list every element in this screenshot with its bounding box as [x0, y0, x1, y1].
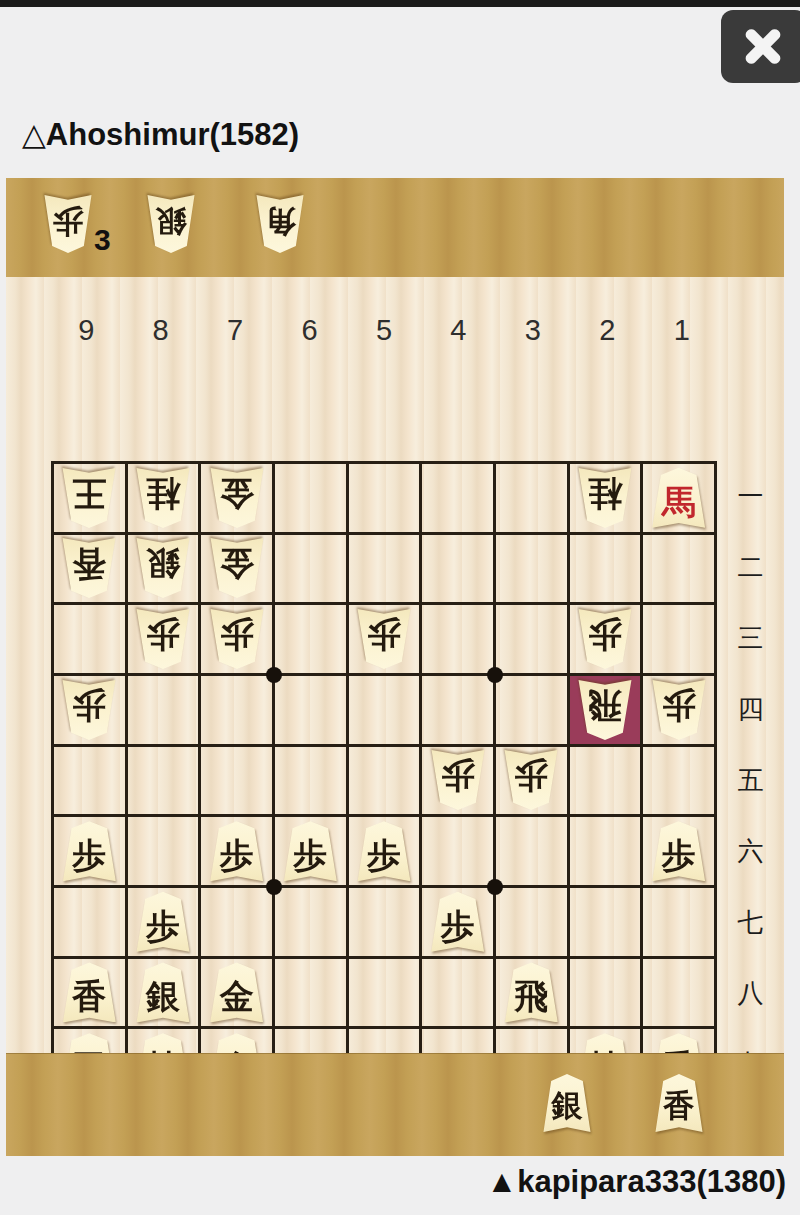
piece-kanji: 歩 [504, 756, 558, 796]
cell-68[interactable] [275, 959, 346, 1027]
cell-65[interactable] [275, 747, 346, 815]
close-button[interactable] [721, 10, 800, 83]
cell-52[interactable] [349, 535, 420, 603]
piece-歩-73[interactable]: 歩 [210, 609, 264, 669]
piece-kanji: 王 [62, 474, 116, 514]
cell-43[interactable] [422, 605, 493, 673]
cell-93[interactable] [54, 605, 125, 673]
cell-14[interactable]: 歩 [643, 676, 714, 744]
shogi-panel: 歩3銀角 987654321 香桂金桂玉飛金銀香歩歩歩歩歩歩歩歩歩歩飛歩歩歩歩歩… [6, 178, 784, 1155]
star-point [266, 879, 282, 895]
piece-桂-21[interactable]: 桂 [578, 468, 632, 528]
file-label: 2 [570, 313, 644, 347]
cell-17[interactable] [643, 888, 714, 956]
cell-88[interactable]: 銀 [128, 959, 199, 1027]
cell-47[interactable]: 歩 [422, 888, 493, 956]
cell-96[interactable]: 歩 [54, 817, 125, 885]
file-label: 8 [123, 313, 197, 347]
piece-銀-88[interactable]: 銀 [136, 962, 190, 1022]
piece-歩-53[interactable]: 歩 [357, 609, 411, 669]
piece-kanji: 歩 [652, 835, 706, 875]
cell-76[interactable]: 歩 [201, 817, 272, 885]
piece-kanji: 飛 [578, 686, 632, 726]
cell-73[interactable]: 歩 [201, 605, 272, 673]
file-label: 6 [272, 313, 346, 347]
cell-31[interactable] [496, 464, 567, 532]
cell-98[interactable]: 香 [54, 959, 125, 1027]
cell-84[interactable] [128, 676, 199, 744]
rank-label: 五 [717, 745, 784, 816]
cell-41[interactable] [422, 464, 493, 532]
piece-kanji: 香 [62, 976, 116, 1016]
grid-line [198, 464, 201, 1097]
grid-line [493, 464, 496, 1097]
grid-line [346, 464, 349, 1097]
piece-kanji: 歩 [652, 686, 706, 726]
piece-歩-83[interactable]: 歩 [136, 609, 190, 669]
piece-kanji: 銀 [136, 976, 190, 1016]
grid-line [54, 602, 714, 605]
cell-24[interactable]: 飛 [570, 676, 641, 744]
cell-97[interactable] [54, 888, 125, 956]
cell-27[interactable] [570, 888, 641, 956]
piece-kanji: 歩 [62, 835, 116, 875]
cell-34[interactable] [496, 676, 567, 744]
cell-75[interactable] [201, 747, 272, 815]
cell-21[interactable]: 桂 [570, 464, 641, 532]
cell-33[interactable] [496, 605, 567, 673]
rank-label: 一 [717, 461, 784, 532]
grid-line [54, 814, 714, 817]
cell-16[interactable]: 歩 [643, 817, 714, 885]
cell-78[interactable]: 金 [201, 959, 272, 1027]
piece-kanji: 金 [210, 544, 264, 584]
cell-55[interactable] [349, 747, 420, 815]
cell-35[interactable]: 歩 [496, 747, 567, 815]
piece-歩-66[interactable]: 歩 [283, 821, 337, 881]
file-label: 5 [347, 313, 421, 347]
grid-line [54, 532, 714, 535]
board-background: 987654321 香桂金桂玉飛金銀香歩歩歩歩歩歩歩歩歩歩飛歩歩歩歩歩金銀香馬桂… [6, 277, 784, 1053]
piece-歩-14[interactable]: 歩 [652, 680, 706, 740]
cell-46[interactable] [422, 817, 493, 885]
rank-label: 六 [717, 816, 784, 887]
cell-67[interactable] [275, 888, 346, 956]
piece-kanji: 歩 [578, 615, 632, 655]
piece-kanji: 歩 [283, 835, 337, 875]
piece-kanji: 歩 [210, 615, 264, 655]
cell-25[interactable] [570, 747, 641, 815]
piece-香-98[interactable]: 香 [62, 962, 116, 1022]
cell-66[interactable]: 歩 [275, 817, 346, 885]
piece-kanji: 桂 [578, 474, 632, 514]
piece-kanji: 桂 [136, 474, 190, 514]
cell-72[interactable]: 金 [201, 535, 272, 603]
cell-18[interactable] [643, 959, 714, 1027]
cell-58[interactable] [349, 959, 420, 1027]
cell-37[interactable] [496, 888, 567, 956]
piece-kanji: 歩 [136, 906, 190, 946]
grid-line [419, 464, 422, 1097]
piece-歩-45[interactable]: 歩 [431, 750, 485, 810]
cell-91[interactable]: 王 [54, 464, 125, 532]
piece-kanji: 香 [62, 544, 116, 584]
piece-kanji: 飛 [504, 976, 558, 1016]
top-bar [0, 0, 800, 7]
piece-香-92[interactable]: 香 [62, 538, 116, 598]
cell-86[interactable] [128, 817, 199, 885]
piece-歩-47[interactable]: 歩 [431, 892, 485, 952]
piece-kanji: 歩 [357, 835, 411, 875]
piece-歩-35[interactable]: 歩 [504, 750, 558, 810]
rank-label: 二 [717, 532, 784, 603]
cell-61[interactable] [275, 464, 346, 532]
piece-金-71[interactable]: 金 [210, 468, 264, 528]
cell-32[interactable] [496, 535, 567, 603]
sente-hand-tray: 銀香 [6, 1053, 784, 1156]
file-label: 1 [645, 313, 719, 347]
star-point [487, 879, 503, 895]
cell-82[interactable]: 銀 [128, 535, 199, 603]
hand-piece-銀[interactable]: 銀 [543, 1074, 591, 1132]
piece-kanji: 歩 [431, 756, 485, 796]
piece-kanji: 銀 [136, 544, 190, 584]
cell-63[interactable] [275, 605, 346, 673]
cell-62[interactable] [275, 535, 346, 603]
piece-kanji: 金 [210, 976, 264, 1016]
cell-54[interactable] [349, 676, 420, 744]
gote-player-label: △Ahoshimur(1582) [22, 116, 299, 153]
cell-94[interactable]: 歩 [54, 676, 125, 744]
grid-line [54, 885, 714, 888]
file-label: 9 [49, 313, 123, 347]
piece-王-91[interactable]: 王 [62, 468, 116, 528]
cell-15[interactable] [643, 747, 714, 815]
gote-hand-tray: 歩3銀角 [6, 178, 784, 279]
piece-kanji: 馬 [652, 482, 706, 522]
cell-92[interactable]: 香 [54, 535, 125, 603]
cell-36[interactable] [496, 817, 567, 885]
piece-kanji: 歩 [357, 615, 411, 655]
piece-金-72[interactable]: 金 [210, 538, 264, 598]
cell-48[interactable] [422, 959, 493, 1027]
piece-馬-11[interactable]: 馬 [652, 468, 706, 528]
piece-歩-16[interactable]: 歩 [652, 821, 706, 881]
grid-line [54, 673, 714, 676]
hand-piece-歩[interactable]: 歩 [44, 195, 92, 253]
grid-line [54, 744, 714, 747]
grid-line [567, 464, 570, 1097]
cell-13[interactable] [643, 605, 714, 673]
piece-歩-56[interactable]: 歩 [357, 821, 411, 881]
cell-71[interactable]: 金 [201, 464, 272, 532]
rank-label: 八 [717, 958, 784, 1029]
piece-kanji: 歩 [431, 906, 485, 946]
piece-kanji: 歩 [210, 835, 264, 875]
cell-74[interactable] [201, 676, 272, 744]
cell-42[interactable] [422, 535, 493, 603]
hand-piece-香[interactable]: 香 [655, 1074, 703, 1132]
piece-kanji: 銀 [147, 202, 195, 240]
piece-歩-94[interactable]: 歩 [62, 680, 116, 740]
piece-歩-76[interactable]: 歩 [210, 821, 264, 881]
piece-kanji: 金 [210, 474, 264, 514]
board-grid: 香桂金桂玉飛金銀香歩歩歩歩歩歩歩歩歩歩飛歩歩歩歩歩金銀香馬桂金桂王 [51, 461, 717, 1100]
piece-金-78[interactable]: 金 [210, 962, 264, 1022]
cell-45[interactable]: 歩 [422, 747, 493, 815]
cell-83[interactable]: 歩 [128, 605, 199, 673]
file-labels: 987654321 [49, 313, 719, 347]
rank-label: 三 [717, 603, 784, 674]
rank-label: 七 [717, 887, 784, 958]
cell-57[interactable] [349, 888, 420, 956]
cell-51[interactable] [349, 464, 420, 532]
hand-piece-count: 3 [94, 223, 111, 257]
file-label: 3 [496, 313, 570, 347]
piece-kanji: 角 [256, 202, 304, 240]
piece-kanji: 歩 [62, 686, 116, 726]
cell-26[interactable] [570, 817, 641, 885]
piece-kanji: 歩 [136, 615, 190, 655]
piece-歩-23[interactable]: 歩 [578, 609, 632, 669]
cell-85[interactable] [128, 747, 199, 815]
piece-桂-81[interactable]: 桂 [136, 468, 190, 528]
cell-38[interactable]: 飛 [496, 959, 567, 1027]
grid-line [272, 464, 275, 1097]
piece-歩-87[interactable]: 歩 [136, 892, 190, 952]
cell-95[interactable] [54, 747, 125, 815]
cell-12[interactable] [643, 535, 714, 603]
cell-11[interactable]: 馬 [643, 464, 714, 532]
file-label: 7 [198, 313, 272, 347]
grid-line [640, 464, 643, 1097]
file-label: 4 [421, 313, 495, 347]
cell-22[interactable] [570, 535, 641, 603]
grid-line [54, 1026, 714, 1029]
piece-銀-82[interactable]: 銀 [136, 538, 190, 598]
rank-label: 四 [717, 674, 784, 745]
sente-player-label: ▲kapipara333(1380) [486, 1164, 786, 1200]
cell-23[interactable]: 歩 [570, 605, 641, 673]
close-icon [741, 26, 785, 67]
cell-77[interactable] [201, 888, 272, 956]
cell-87[interactable]: 歩 [128, 888, 199, 956]
star-point [266, 667, 282, 683]
cell-28[interactable] [570, 959, 641, 1027]
piece-kanji: 銀 [543, 1087, 591, 1125]
cell-64[interactable] [275, 676, 346, 744]
piece-歩-96[interactable]: 歩 [62, 821, 116, 881]
grid-line [54, 956, 714, 959]
hand-piece-銀[interactable]: 銀 [147, 195, 195, 253]
hand-piece-角[interactable]: 角 [256, 195, 304, 253]
rank-labels: 一二三四五六七八九 [717, 461, 784, 1100]
piece-kanji: 歩 [44, 202, 92, 240]
cell-53[interactable]: 歩 [349, 605, 420, 673]
cell-56[interactable]: 歩 [349, 817, 420, 885]
piece-kanji: 香 [655, 1087, 703, 1125]
piece-飛-38[interactable]: 飛 [504, 962, 558, 1022]
cell-81[interactable]: 桂 [128, 464, 199, 532]
grid-line [125, 464, 128, 1097]
piece-飛-24[interactable]: 飛 [578, 680, 632, 740]
star-point [487, 667, 503, 683]
cell-44[interactable] [422, 676, 493, 744]
